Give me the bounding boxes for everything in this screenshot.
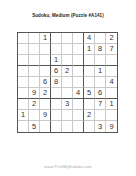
cell-r3-c5[interactable] [62, 55, 73, 66]
cell-r8-c3[interactable]: 9 [40, 110, 51, 121]
cell-r2-c5[interactable] [62, 44, 73, 55]
cell-r8-c7[interactable]: 2 [84, 110, 95, 121]
cell-r1-c6[interactable] [73, 33, 84, 44]
cell-r9-c2[interactable]: 5 [29, 121, 40, 132]
cell-r6-c4[interactable] [51, 88, 62, 99]
cell-r5-c7[interactable] [84, 77, 95, 88]
cell-r3-c1[interactable] [18, 55, 29, 66]
cell-r1-c7[interactable]: 4 [84, 33, 95, 44]
cell-r8-c9[interactable] [106, 110, 117, 121]
cell-r3-c4[interactable]: 1 [51, 55, 62, 66]
cell-r4-c3[interactable] [40, 66, 51, 77]
sudoku-board: 1421871621684924562371192539 [17, 32, 118, 133]
cell-r7-c7[interactable] [84, 99, 95, 110]
cell-r4-c6[interactable] [73, 66, 84, 77]
cell-r7-c3[interactable] [40, 99, 51, 110]
cell-r9-c6[interactable] [73, 121, 84, 132]
cell-r6-c2[interactable]: 9 [29, 88, 40, 99]
cell-r1-c4[interactable] [51, 33, 62, 44]
cell-r9-c3[interactable] [40, 121, 51, 132]
cell-r6-c7[interactable]: 5 [84, 88, 95, 99]
cell-r4-c9[interactable] [106, 66, 117, 77]
cell-r9-c7[interactable] [84, 121, 95, 132]
cell-r5-c8[interactable] [95, 77, 106, 88]
cell-r2-c2[interactable] [29, 44, 40, 55]
cell-r9-c5[interactable] [62, 121, 73, 132]
cell-r3-c8[interactable] [95, 55, 106, 66]
cell-r6-c6[interactable]: 4 [73, 88, 84, 99]
cell-r9-c9[interactable]: 9 [106, 121, 117, 132]
cell-r8-c2[interactable] [29, 110, 40, 121]
cell-r4-c4[interactable]: 6 [51, 66, 62, 77]
puzzle-title: Sudoku, Medium (Puzzle #A141) [0, 13, 136, 18]
cell-r9-c8[interactable]: 3 [95, 121, 106, 132]
cell-r2-c3[interactable] [40, 44, 51, 55]
cell-r3-c9[interactable] [106, 55, 117, 66]
cell-r8-c8[interactable] [95, 110, 106, 121]
cell-r4-c2[interactable] [29, 66, 40, 77]
cell-r8-c6[interactable] [73, 110, 84, 121]
cell-r1-c1[interactable] [18, 33, 29, 44]
cell-r7-c6[interactable] [73, 99, 84, 110]
cell-r2-c4[interactable] [51, 44, 62, 55]
cell-r5-c5[interactable] [62, 77, 73, 88]
cell-r7-c9[interactable]: 1 [106, 99, 117, 110]
cell-r7-c2[interactable]: 2 [29, 99, 40, 110]
cell-r3-c2[interactable] [29, 55, 40, 66]
cell-r5-c6[interactable] [73, 77, 84, 88]
cell-r6-c5[interactable] [62, 88, 73, 99]
cell-r5-c4[interactable]: 8 [51, 77, 62, 88]
cell-r8-c1[interactable]: 1 [18, 110, 29, 121]
cell-r4-c1[interactable] [18, 66, 29, 77]
cell-r2-c8[interactable]: 8 [95, 44, 106, 55]
cell-r5-c1[interactable] [18, 77, 29, 88]
cell-r2-c6[interactable] [73, 44, 84, 55]
cell-r9-c4[interactable] [51, 121, 62, 132]
cell-r2-c1[interactable] [18, 44, 29, 55]
cell-r4-c8[interactable]: 1 [95, 66, 106, 77]
cell-r4-c7[interactable] [84, 66, 95, 77]
cell-r3-c7[interactable] [84, 55, 95, 66]
cell-r2-c9[interactable]: 7 [106, 44, 117, 55]
cell-r8-c5[interactable] [62, 110, 73, 121]
cell-r7-c4[interactable] [51, 99, 62, 110]
cell-r3-c6[interactable] [73, 55, 84, 66]
cell-r2-c7[interactable]: 1 [84, 44, 95, 55]
cell-r5-c9[interactable]: 4 [106, 77, 117, 88]
cell-r5-c2[interactable] [29, 77, 40, 88]
cell-r1-c8[interactable] [95, 33, 106, 44]
cell-r6-c9[interactable] [106, 88, 117, 99]
cell-r7-c5[interactable]: 3 [62, 99, 73, 110]
cell-r7-c8[interactable]: 7 [95, 99, 106, 110]
cell-r8-c4[interactable] [51, 110, 62, 121]
cell-r4-c5[interactable]: 2 [62, 66, 73, 77]
cell-r1-c5[interactable] [62, 33, 73, 44]
cell-r1-c3[interactable]: 1 [40, 33, 51, 44]
cell-r6-c8[interactable]: 6 [95, 88, 106, 99]
sudoku-page: Sudoku, Medium (Puzzle #A141) 1421871621… [0, 0, 136, 176]
cell-r3-c3[interactable] [40, 55, 51, 66]
cell-r1-c2[interactable] [29, 33, 40, 44]
cell-r6-c1[interactable] [18, 88, 29, 99]
cell-r9-c1[interactable] [18, 121, 29, 132]
cell-r5-c3[interactable]: 6 [40, 77, 51, 88]
cell-r1-c9[interactable]: 2 [106, 33, 117, 44]
cell-r7-c1[interactable] [18, 99, 29, 110]
cell-r6-c3[interactable]: 2 [40, 88, 51, 99]
footer-url: www.PrintMySudoku.com [0, 164, 136, 169]
